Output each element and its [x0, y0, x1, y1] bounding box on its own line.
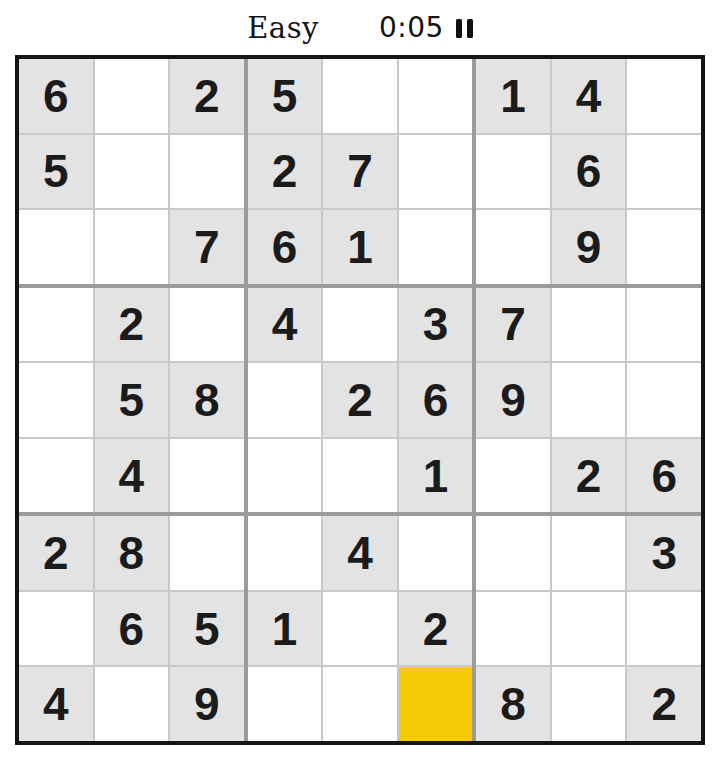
- sudoku-cell-r8c4[interactable]: 1: [248, 592, 322, 666]
- sudoku-cell-r7c7[interactable]: [476, 516, 550, 590]
- sudoku-cell-r6c9[interactable]: 6: [627, 439, 701, 513]
- sudoku-cell-r5c1[interactable]: [19, 363, 93, 437]
- sudoku-cell-r3c4[interactable]: 6: [248, 210, 322, 284]
- sudoku-cell-r7c1[interactable]: 2: [19, 516, 93, 590]
- sudoku-cell-r8c8[interactable]: [552, 592, 626, 666]
- sudoku-cell-r9c9[interactable]: 2: [627, 667, 701, 741]
- sudoku-cell-r1c7[interactable]: 1: [476, 59, 550, 133]
- sudoku-cell-r4c6[interactable]: 3: [399, 288, 473, 362]
- sudoku-cell-r7c8[interactable]: [552, 516, 626, 590]
- pause-icon[interactable]: [456, 17, 473, 38]
- sudoku-cell-r5c3[interactable]: 8: [170, 363, 244, 437]
- sudoku-cell-r5c2[interactable]: 5: [95, 363, 169, 437]
- sudoku-cell-r2c3[interactable]: [170, 135, 244, 209]
- sudoku-cell-r7c9[interactable]: 3: [627, 516, 701, 590]
- sudoku-cell-r7c3[interactable]: [170, 516, 244, 590]
- sudoku-cell-r6c8[interactable]: 2: [552, 439, 626, 513]
- timer-value: 0:05: [379, 11, 444, 44]
- sudoku-cell-r3c3[interactable]: 7: [170, 210, 244, 284]
- sudoku-cell-r5c8[interactable]: [552, 363, 626, 437]
- sudoku-cell-r7c2[interactable]: 8: [95, 516, 169, 590]
- sudoku-cell-r8c9[interactable]: [627, 592, 701, 666]
- sudoku-cell-r7c4[interactable]: [248, 516, 322, 590]
- sudoku-cell-r1c9[interactable]: [627, 59, 701, 133]
- sudoku-cell-r6c3[interactable]: [170, 439, 244, 513]
- sudoku-block: 52761: [248, 59, 473, 284]
- sudoku-cell-r2c1[interactable]: 5: [19, 135, 93, 209]
- sudoku-app: Easy 0:05 625752761146925844326179262865…: [0, 0, 720, 759]
- sudoku-board: 62575276114692584432617926286549412382: [15, 55, 705, 745]
- sudoku-cell-r4c3[interactable]: [170, 288, 244, 362]
- sudoku-block: 382: [476, 516, 701, 741]
- sudoku-cell-r2c9[interactable]: [627, 135, 701, 209]
- sudoku-cell-r9c7[interactable]: 8: [476, 667, 550, 741]
- sudoku-cell-r1c5[interactable]: [323, 59, 397, 133]
- sudoku-block: 412: [248, 516, 473, 741]
- sudoku-cell-r6c1[interactable]: [19, 439, 93, 513]
- sudoku-cell-r9c6[interactable]: [399, 667, 473, 741]
- sudoku-cell-r6c4[interactable]: [248, 439, 322, 513]
- sudoku-cell-r2c5[interactable]: 7: [323, 135, 397, 209]
- sudoku-cell-r5c6[interactable]: 6: [399, 363, 473, 437]
- sudoku-cell-r2c6[interactable]: [399, 135, 473, 209]
- sudoku-block: 1469: [476, 59, 701, 284]
- sudoku-block: 43261: [248, 288, 473, 513]
- sudoku-cell-r2c7[interactable]: [476, 135, 550, 209]
- sudoku-cell-r4c1[interactable]: [19, 288, 93, 362]
- sudoku-cell-r3c7[interactable]: [476, 210, 550, 284]
- sudoku-cell-r4c9[interactable]: [627, 288, 701, 362]
- sudoku-cell-r6c5[interactable]: [323, 439, 397, 513]
- sudoku-cell-r4c5[interactable]: [323, 288, 397, 362]
- sudoku-cell-r1c2[interactable]: [95, 59, 169, 133]
- sudoku-cell-r8c6[interactable]: 2: [399, 592, 473, 666]
- sudoku-cell-r9c5[interactable]: [323, 667, 397, 741]
- sudoku-block: 286549: [19, 516, 244, 741]
- difficulty-label: Easy: [247, 11, 319, 45]
- sudoku-cell-r1c6[interactable]: [399, 59, 473, 133]
- sudoku-cell-r3c5[interactable]: 1: [323, 210, 397, 284]
- sudoku-cell-r7c5[interactable]: 4: [323, 516, 397, 590]
- sudoku-cell-r9c8[interactable]: [552, 667, 626, 741]
- sudoku-cell-r9c1[interactable]: 4: [19, 667, 93, 741]
- sudoku-cell-r5c5[interactable]: 2: [323, 363, 397, 437]
- sudoku-cell-r8c3[interactable]: 5: [170, 592, 244, 666]
- sudoku-cell-r4c8[interactable]: [552, 288, 626, 362]
- sudoku-cell-r8c2[interactable]: 6: [95, 592, 169, 666]
- sudoku-cell-r8c5[interactable]: [323, 592, 397, 666]
- sudoku-cell-r3c8[interactable]: 9: [552, 210, 626, 284]
- sudoku-cell-r5c9[interactable]: [627, 363, 701, 437]
- timer: 0:05: [379, 11, 473, 44]
- sudoku-cell-r9c3[interactable]: 9: [170, 667, 244, 741]
- sudoku-cell-r4c2[interactable]: 2: [95, 288, 169, 362]
- sudoku-cell-r6c7[interactable]: [476, 439, 550, 513]
- header: Easy 0:05: [0, 0, 720, 55]
- sudoku-cell-r7c6[interactable]: [399, 516, 473, 590]
- sudoku-cell-r2c4[interactable]: 2: [248, 135, 322, 209]
- sudoku-cell-r9c4[interactable]: [248, 667, 322, 741]
- sudoku-cell-r8c7[interactable]: [476, 592, 550, 666]
- sudoku-cell-r6c6[interactable]: 1: [399, 439, 473, 513]
- sudoku-block: 6257: [19, 59, 244, 284]
- sudoku-cell-r4c7[interactable]: 7: [476, 288, 550, 362]
- sudoku-cell-r1c1[interactable]: 6: [19, 59, 93, 133]
- sudoku-cell-r2c2[interactable]: [95, 135, 169, 209]
- sudoku-cell-r3c1[interactable]: [19, 210, 93, 284]
- sudoku-cell-r3c2[interactable]: [95, 210, 169, 284]
- sudoku-block: 2584: [19, 288, 244, 513]
- sudoku-cell-r1c8[interactable]: 4: [552, 59, 626, 133]
- sudoku-cell-r8c1[interactable]: [19, 592, 93, 666]
- sudoku-cell-r9c2[interactable]: [95, 667, 169, 741]
- sudoku-cell-r4c4[interactable]: 4: [248, 288, 322, 362]
- sudoku-cell-r2c8[interactable]: 6: [552, 135, 626, 209]
- sudoku-cell-r1c3[interactable]: 2: [170, 59, 244, 133]
- sudoku-cell-r1c4[interactable]: 5: [248, 59, 322, 133]
- sudoku-cell-r6c2[interactable]: 4: [95, 439, 169, 513]
- sudoku-cell-r5c4[interactable]: [248, 363, 322, 437]
- sudoku-cell-r3c6[interactable]: [399, 210, 473, 284]
- sudoku-block: 7926: [476, 288, 701, 513]
- sudoku-cell-r5c7[interactable]: 9: [476, 363, 550, 437]
- sudoku-cell-r3c9[interactable]: [627, 210, 701, 284]
